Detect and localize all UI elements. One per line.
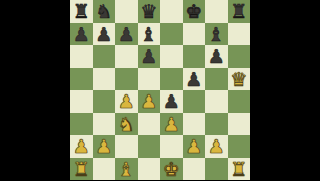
white-king[interactable]: ♚	[163, 158, 180, 180]
white-pawn[interactable]: ♟	[163, 113, 180, 135]
square-f2[interactable]: ♟	[183, 135, 206, 158]
square-f7[interactable]	[183, 23, 206, 46]
square-b8[interactable]: ♞	[93, 0, 116, 23]
black-pawn[interactable]: ♟	[185, 68, 202, 90]
square-f5[interactable]: ♟	[183, 68, 206, 91]
square-e6[interactable]	[160, 45, 183, 68]
black-pawn[interactable]: ♟	[163, 90, 180, 112]
square-a8[interactable]: ♜	[70, 0, 93, 23]
square-c2[interactable]	[115, 135, 138, 158]
square-d1[interactable]	[138, 158, 161, 181]
square-h1[interactable]: ♜	[228, 158, 251, 181]
square-f1[interactable]	[183, 158, 206, 181]
square-h7[interactable]	[228, 23, 251, 46]
square-e7[interactable]	[160, 23, 183, 46]
square-e5[interactable]	[160, 68, 183, 91]
square-d2[interactable]	[138, 135, 161, 158]
square-d8[interactable]: ♛	[138, 0, 161, 23]
square-h3[interactable]	[228, 113, 251, 136]
white-bishop[interactable]: ♝	[118, 158, 135, 180]
square-b3[interactable]	[93, 113, 116, 136]
square-c1[interactable]: ♝	[115, 158, 138, 181]
white-rook[interactable]: ♜	[230, 158, 247, 180]
square-e1[interactable]: ♚	[160, 158, 183, 181]
square-c4[interactable]: ♟	[115, 90, 138, 113]
square-f3[interactable]	[183, 113, 206, 136]
square-e2[interactable]	[160, 135, 183, 158]
square-c5[interactable]	[115, 68, 138, 91]
square-c3[interactable]: ♞	[115, 113, 138, 136]
square-g2[interactable]: ♟	[205, 135, 228, 158]
square-h5[interactable]: ♛	[228, 68, 251, 91]
square-a4[interactable]	[70, 90, 93, 113]
square-b6[interactable]	[93, 45, 116, 68]
white-rook[interactable]: ♜	[73, 158, 90, 180]
square-g6[interactable]: ♟	[205, 45, 228, 68]
black-pawn[interactable]: ♟	[73, 23, 90, 45]
square-f4[interactable]	[183, 90, 206, 113]
square-d5[interactable]	[138, 68, 161, 91]
square-g4[interactable]	[205, 90, 228, 113]
white-pawn[interactable]: ♟	[73, 135, 90, 157]
black-pawn[interactable]: ♟	[140, 45, 157, 67]
white-pawn[interactable]: ♟	[95, 135, 112, 157]
square-f6[interactable]	[183, 45, 206, 68]
black-king[interactable]: ♚	[185, 0, 202, 22]
black-pawn[interactable]: ♟	[208, 45, 225, 67]
square-b4[interactable]	[93, 90, 116, 113]
square-a2[interactable]: ♟	[70, 135, 93, 158]
square-g3[interactable]	[205, 113, 228, 136]
square-e4[interactable]: ♟	[160, 90, 183, 113]
square-b5[interactable]	[93, 68, 116, 91]
square-f8[interactable]: ♚	[183, 0, 206, 23]
white-pawn[interactable]: ♟	[208, 135, 225, 157]
square-h6[interactable]	[228, 45, 251, 68]
letterbox-right	[250, 0, 320, 180]
black-rook[interactable]: ♜	[230, 0, 247, 22]
square-a1[interactable]: ♜	[70, 158, 93, 181]
square-e3[interactable]: ♟	[160, 113, 183, 136]
square-b1[interactable]	[93, 158, 116, 181]
white-pawn[interactable]: ♟	[185, 135, 202, 157]
black-pawn[interactable]: ♟	[95, 23, 112, 45]
square-c6[interactable]	[115, 45, 138, 68]
black-bishop[interactable]: ♝	[208, 23, 225, 45]
square-a5[interactable]	[70, 68, 93, 91]
square-g7[interactable]: ♝	[205, 23, 228, 46]
square-h2[interactable]	[228, 135, 251, 158]
black-bishop[interactable]: ♝	[140, 23, 157, 45]
black-knight[interactable]: ♞	[95, 0, 112, 22]
square-b2[interactable]: ♟	[93, 135, 116, 158]
square-d3[interactable]	[138, 113, 161, 136]
chess-board[interactable]: ♜♞♛♚♜♟♟♟♝♝♟♟♟♛♟♟♟♞♟♟♟♟♟♜♝♚♜	[70, 0, 250, 180]
black-pawn[interactable]: ♟	[118, 23, 135, 45]
square-a3[interactable]	[70, 113, 93, 136]
square-d7[interactable]: ♝	[138, 23, 161, 46]
square-h8[interactable]: ♜	[228, 0, 251, 23]
square-h4[interactable]	[228, 90, 251, 113]
square-a7[interactable]: ♟	[70, 23, 93, 46]
black-rook[interactable]: ♜	[73, 0, 90, 22]
white-queen[interactable]: ♛	[230, 68, 247, 90]
square-c7[interactable]: ♟	[115, 23, 138, 46]
square-e8[interactable]	[160, 0, 183, 23]
square-g1[interactable]	[205, 158, 228, 181]
black-queen[interactable]: ♛	[140, 0, 157, 22]
square-b7[interactable]: ♟	[93, 23, 116, 46]
square-d4[interactable]: ♟	[138, 90, 161, 113]
letterbox-left	[0, 0, 70, 180]
white-pawn[interactable]: ♟	[140, 90, 157, 112]
square-g5[interactable]	[205, 68, 228, 91]
white-pawn[interactable]: ♟	[118, 90, 135, 112]
square-a6[interactable]	[70, 45, 93, 68]
square-d6[interactable]: ♟	[138, 45, 161, 68]
white-knight[interactable]: ♞	[118, 113, 135, 135]
square-c8[interactable]	[115, 0, 138, 23]
square-g8[interactable]	[205, 0, 228, 23]
